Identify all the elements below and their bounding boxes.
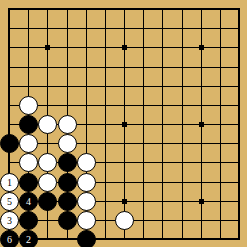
black-stone[interactable] (0, 134, 19, 153)
star-point (122, 122, 127, 127)
black-stone[interactable] (77, 230, 96, 247)
vertical-grid-line (143, 9, 144, 239)
white-stone[interactable] (115, 211, 134, 230)
black-stone[interactable] (58, 192, 77, 211)
move-number: 2 (26, 235, 31, 245)
black-stone[interactable] (58, 211, 77, 230)
white-stone[interactable] (38, 115, 57, 134)
vertical-grid-line (162, 9, 163, 239)
white-stone[interactable] (19, 153, 38, 172)
star-point (122, 45, 127, 50)
white-stone[interactable] (58, 115, 77, 134)
star-point (122, 199, 127, 204)
white-stone[interactable] (19, 96, 38, 115)
horizontal-grid-line (9, 143, 239, 144)
black-stone[interactable] (58, 153, 77, 172)
move-number: 4 (26, 197, 31, 207)
black-stone[interactable] (58, 173, 77, 192)
vertical-grid-line (182, 9, 183, 239)
black-stone[interactable]: 4 (19, 192, 38, 211)
black-stone[interactable] (38, 192, 57, 211)
white-stone[interactable] (77, 211, 96, 230)
vertical-grid-line (220, 9, 221, 239)
white-stone[interactable] (38, 173, 57, 192)
go-board[interactable]: 154362 (0, 0, 247, 247)
white-stone[interactable]: 1 (0, 173, 19, 192)
star-point (199, 45, 204, 50)
white-stone[interactable]: 5 (0, 192, 19, 211)
move-number: 6 (7, 235, 12, 245)
white-stone[interactable] (19, 134, 38, 153)
move-number: 3 (7, 216, 12, 226)
star-point (199, 122, 204, 127)
move-number: 1 (7, 178, 12, 188)
black-stone[interactable] (19, 173, 38, 192)
star-point (199, 199, 204, 204)
white-stone[interactable] (58, 134, 77, 153)
white-stone[interactable] (38, 153, 57, 172)
white-stone[interactable] (77, 192, 96, 211)
white-stone[interactable]: 3 (0, 211, 19, 230)
white-stone[interactable] (77, 173, 96, 192)
black-stone[interactable]: 2 (19, 230, 38, 247)
black-stone[interactable] (19, 211, 38, 230)
move-number: 5 (7, 197, 12, 207)
star-point (45, 45, 50, 50)
black-stone[interactable]: 6 (0, 230, 19, 247)
white-stone[interactable] (77, 153, 96, 172)
black-stone[interactable] (19, 115, 38, 134)
